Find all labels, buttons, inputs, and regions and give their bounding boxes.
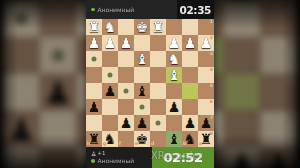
move-hint-dot[interactable] [92,57,97,62]
rank-label: 4 [288,39,295,49]
board-square-f1[interactable] [118,19,134,35]
board-square-d8[interactable]: d [150,131,166,147]
board-square-d3[interactable] [150,51,166,67]
board-square-b6[interactable] [182,99,198,115]
board-square-g7[interactable] [102,115,118,131]
board-square-g1[interactable]: ♞ [102,19,118,35]
chess-app-screen: Анонимный 02:35 ♜♞♚♜1♟♟♟♟♟♟2♝♞3♝4♟♝5♟♟6♟… [86,0,214,168]
board-square-b4 [224,37,261,74]
player-online-icon [91,159,95,163]
board-square-e3[interactable]: ♝ [134,51,150,67]
board-square-b3[interactable] [182,51,198,67]
board-square-a3[interactable]: 3 [198,51,214,67]
board-square-h2[interactable]: ♟ [86,35,102,51]
board-square-f2[interactable]: ♟ [118,35,134,51]
file-label: g [103,142,106,147]
board-square-h5[interactable] [86,83,102,99]
white-pawn-piece[interactable]: ♟ [118,35,134,51]
white-rook-piece[interactable]: ♜ [86,19,102,35]
board-square-g5[interactable]: ♟ [102,83,118,99]
xrecorder-watermark: XRecorder [151,150,203,161]
file-label: a [199,142,202,147]
board-square-b3 [224,0,261,37]
board-square-g5: ♟ [40,74,77,111]
rank-label: 1 [210,20,213,25]
white-bishop-piece[interactable]: ♝ [134,51,150,67]
board-square-c5[interactable] [166,83,182,99]
board-square-a8[interactable]: ♜8a [198,131,214,147]
rank-label: 5 [210,84,213,89]
board-square-e7[interactable]: ♟ [134,115,150,131]
board-square-f5[interactable] [118,83,134,99]
board-square-b7: ♟ [224,147,261,168]
black-pawn-piece[interactable]: ♟ [118,115,134,131]
board-square-f7[interactable]: ♟ [118,115,134,131]
file-label: f [119,142,121,147]
black-pawn-piece[interactable]: ♟ [134,115,150,131]
file-label: b [183,142,186,147]
board-square-d6[interactable] [150,99,166,115]
board-square-h4 [3,37,40,74]
board-square-g6[interactable] [102,99,118,115]
board-square-e5[interactable]: ♝ [134,83,150,99]
rank-label: 7 [210,116,213,121]
rank-label: 3 [210,52,213,57]
white-knight-piece[interactable]: ♞ [102,19,118,35]
board-square-f4[interactable] [118,67,134,83]
move-hint-dot[interactable] [108,73,113,78]
board-square-g7 [40,147,77,168]
move-hint-dot[interactable] [140,105,145,110]
black-pawn-piece[interactable]: ♟ [166,99,182,115]
white-bishop-piece[interactable]: ♝ [166,67,182,83]
move-hint-dot[interactable] [124,89,129,94]
board-square-b8[interactable]: ♞b [182,131,198,147]
board-square-c8[interactable]: ♝c [166,131,182,147]
white-pawn-piece[interactable]: ♟ [166,35,182,51]
board-square-h7 [3,147,40,168]
move-hint-dot [15,13,27,25]
rank-label: 3 [288,3,295,13]
board-square-g4 [40,37,77,74]
board-square-g3 [40,0,77,37]
black-pawn-piece: ♟ [224,147,261,168]
board-square-h6: ♟ [3,111,40,148]
board-square-h7[interactable] [86,115,102,131]
board-square-h8[interactable]: ♜h [86,131,102,147]
board-square-h3[interactable] [86,51,102,67]
board-square-f8[interactable]: f [118,131,134,147]
board-square-d1[interactable]: ♜ [150,19,166,35]
move-hint-dot[interactable] [156,121,161,126]
board-square-f3[interactable] [118,51,134,67]
black-pawn-piece[interactable]: ♟ [86,99,102,115]
opponent-clock: 02:35 [177,0,214,19]
board-square-g2[interactable]: ♟ [102,35,118,51]
board-square-c4[interactable]: ♝ [166,67,182,83]
board-square-e6[interactable] [134,99,150,115]
black-pawn-piece[interactable]: ♟ [102,83,118,99]
move-hint-dot [52,50,63,62]
board-square-e2[interactable] [134,35,150,51]
rank-label: 6 [210,100,213,105]
material-count: +1 [97,151,105,157]
chess-board[interactable]: ♜♞♚♜1♟♟♟♟♟♟2♝♞3♝4♟♝5♟♟6♟♟♟♟7♜h♞gf♚ed♝c♞b… [86,19,214,147]
board-square-b5[interactable] [182,83,198,99]
board-square-b2[interactable]: ♟ [182,35,198,51]
board-square-f6[interactable] [118,99,134,115]
black-pawn-piece[interactable]: ♟ [182,115,198,131]
board-square-a4[interactable]: 4 [198,67,214,83]
opponent-online-icon [91,8,95,12]
white-pawn-piece[interactable]: ♟ [86,35,102,51]
file-label: c [167,142,170,147]
board-square-d7[interactable] [150,115,166,131]
board-square-a4: 4 [260,37,297,74]
file-label: h [87,142,90,147]
rank-label: 8 [210,132,213,137]
board-square-g4[interactable] [102,67,118,83]
board-square-e4[interactable] [134,67,150,83]
board-square-g3[interactable] [102,51,118,67]
board-square-c3[interactable]: ♞ [166,51,182,67]
board-square-e1[interactable]: ♚ [134,19,150,35]
board-square-a5[interactable]: 5 [198,83,214,99]
video-frame: ♜♞♚♜1♟♟♟♟♟♟2♝♞3♝4♟♝5♟♟6♟♟♟♟7♜h♞gf♚ed♝c♞b… [0,0,300,168]
board-square-b5 [224,74,261,111]
board-square-a5: 5 [260,74,297,111]
player-info: ♙ +1 Анонимный [86,147,152,168]
white-knight-piece[interactable]: ♞ [166,51,182,67]
board-square-g6 [40,111,77,148]
board-square-c6[interactable]: ♟ [166,99,182,115]
board-square-b4[interactable] [182,67,198,83]
board-square-b1[interactable] [182,19,198,35]
rank-label: 2 [210,36,213,41]
captured-pawn-icon: ♙ [91,151,96,157]
board-square-d5[interactable] [150,83,166,99]
white-king-piece[interactable]: ♚ [134,19,150,35]
rank-label: 4 [210,68,213,73]
white-pawn-piece[interactable]: ♟ [182,35,198,51]
black-bishop-piece[interactable]: ♝ [134,83,150,99]
board-square-c2[interactable]: ♟ [166,35,182,51]
board-square-c1[interactable] [166,19,182,35]
board-square-c7[interactable] [166,115,182,131]
player-name-line: Анонимный [91,158,152,164]
board-square-a7: ♟7 [260,147,297,168]
board-square-a6[interactable]: 6 [198,99,214,115]
board-square-h6[interactable]: ♟ [86,99,102,115]
rank-label: 7 [288,150,295,160]
opponent-name: Анонимный [98,6,135,13]
board-square-b6 [224,111,261,148]
board-square-b7[interactable]: ♟ [182,115,198,131]
board-square-h3 [3,0,40,37]
opponent-bar: Анонимный 02:35 [86,0,214,19]
board-square-a3: 3 [260,0,297,37]
board-square-e8[interactable]: ♚e [134,131,150,147]
board-square-d2[interactable] [150,35,166,51]
board-square-g8[interactable]: ♞g [102,131,118,147]
rank-label: 6 [288,113,295,123]
player-name: Анонимный [98,158,135,164]
black-pawn-piece: ♟ [3,111,40,148]
white-pawn-piece[interactable]: ♟ [102,35,118,51]
board-square-h5 [3,74,40,111]
board-square-a6: 6 [260,111,297,148]
board-square-a2[interactable]: ♟2 [198,35,214,51]
board-square-a7[interactable]: ♟7 [198,115,214,131]
file-label: d [151,142,154,147]
white-rook-piece[interactable]: ♜ [150,19,166,35]
rank-label: 5 [288,76,295,86]
board-square-h4[interactable] [86,67,102,83]
black-pawn-piece: ♟ [40,74,77,111]
file-label: e [135,142,138,147]
board-square-d4[interactable] [150,67,166,83]
board-square-h1[interactable]: ♜ [86,19,102,35]
board-square-a1[interactable]: 1 [198,19,214,35]
